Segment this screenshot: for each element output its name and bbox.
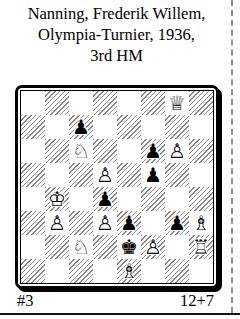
square-d5: ♟♙ [93, 163, 117, 187]
square-e6 [117, 139, 141, 163]
square-e1: ♝♗ [117, 259, 141, 283]
square-e8 [117, 91, 141, 115]
material-count: 12+7 [180, 292, 214, 310]
square-g2 [165, 235, 189, 259]
chess-board-frame: ♛♕♟♟♞♘♟♟♟♙♟♙♟♟♚♔♟♟♟♙♟♙♟♟♟♟♝♗♞♘♚♚♟♙♜♖♝♗ [15, 85, 219, 289]
square-b3: ♟♙ [45, 211, 69, 235]
square-e3: ♟♟ [117, 211, 141, 235]
square-c5 [69, 163, 93, 187]
problem-title-line-3: 3rd HM [0, 45, 233, 66]
black-pawn-piece: ♟♟ [117, 211, 141, 235]
white-pawn-piece: ♟♙ [45, 211, 69, 235]
square-b6 [45, 139, 69, 163]
square-a2 [21, 235, 45, 259]
square-h3: ♝♗ [189, 211, 213, 235]
problem-title: Nanning, Frederik Willem, Olympia-Turnie… [0, 3, 233, 66]
square-b4: ♚♔ [45, 187, 69, 211]
square-a1 [21, 259, 45, 283]
square-c1 [69, 259, 93, 283]
square-d3: ♟♙ [93, 211, 117, 235]
square-e2: ♚♚ [117, 235, 141, 259]
black-pawn-piece: ♟♟ [141, 163, 165, 187]
white-rook-piece: ♜♖ [189, 235, 213, 259]
white-knight-piece: ♞♘ [69, 235, 93, 259]
square-c6: ♞♘ [69, 139, 93, 163]
square-h7 [189, 115, 213, 139]
white-pawn-piece: ♟♙ [93, 163, 117, 187]
square-d2 [93, 235, 117, 259]
square-b1 [45, 259, 69, 283]
square-f2: ♟♙ [141, 235, 165, 259]
stipulation: #3 [17, 292, 34, 310]
square-c2: ♞♘ [69, 235, 93, 259]
square-e5 [117, 163, 141, 187]
square-a5 [21, 163, 45, 187]
square-c4 [69, 187, 93, 211]
white-king-piece: ♚♔ [45, 187, 69, 211]
square-h6 [189, 139, 213, 163]
square-h8 [189, 91, 213, 115]
diagram-caption: #3 12+7 [17, 292, 214, 310]
square-d6 [93, 139, 117, 163]
black-pawn-piece: ♟♟ [141, 139, 165, 163]
square-a3 [21, 211, 45, 235]
square-b2 [45, 235, 69, 259]
square-a6 [21, 139, 45, 163]
black-pawn-piece: ♟♟ [69, 115, 93, 139]
square-a8 [21, 91, 45, 115]
white-pawn-piece: ♟♙ [93, 211, 117, 235]
square-h1 [189, 259, 213, 283]
square-h5 [189, 163, 213, 187]
square-c7: ♟♟ [69, 115, 93, 139]
black-pawn-piece: ♟♟ [165, 211, 189, 235]
square-f3 [141, 211, 165, 235]
white-knight-piece: ♞♘ [69, 139, 93, 163]
square-g7 [165, 115, 189, 139]
square-f1 [141, 259, 165, 283]
square-c8 [69, 91, 93, 115]
square-e4 [117, 187, 141, 211]
square-b8 [45, 91, 69, 115]
white-pawn-piece: ♟♙ [165, 139, 189, 163]
square-f7 [141, 115, 165, 139]
square-a7 [21, 115, 45, 139]
square-f5: ♟♟ [141, 163, 165, 187]
square-g4 [165, 187, 189, 211]
square-h4 [189, 187, 213, 211]
square-b7 [45, 115, 69, 139]
square-b5 [45, 163, 69, 187]
white-bishop-piece: ♝♗ [117, 259, 141, 283]
square-d4: ♟♟ [93, 187, 117, 211]
problem-title-line-1: Nanning, Frederik Willem, [0, 3, 233, 24]
square-g8: ♛♕ [165, 91, 189, 115]
white-queen-piece: ♛♕ [165, 91, 189, 115]
square-c3 [69, 211, 93, 235]
square-e7 [117, 115, 141, 139]
square-a4 [21, 187, 45, 211]
square-f6: ♟♟ [141, 139, 165, 163]
square-f8 [141, 91, 165, 115]
black-king-piece: ♚♚ [117, 235, 141, 259]
chess-board-inner-border: ♛♕♟♟♞♘♟♟♟♙♟♙♟♟♚♔♟♟♟♙♟♙♟♟♟♟♝♗♞♘♚♚♟♙♜♖♝♗ [20, 90, 214, 284]
square-d7 [93, 115, 117, 139]
square-d8 [93, 91, 117, 115]
text-frame-dashed-border [231, 0, 233, 313]
square-g6: ♟♙ [165, 139, 189, 163]
problem-title-line-2: Olympia-Turnier, 1936, [0, 24, 233, 45]
white-bishop-piece: ♝♗ [189, 211, 213, 235]
square-h2: ♜♖ [189, 235, 213, 259]
square-g5 [165, 163, 189, 187]
square-g1 [165, 259, 189, 283]
square-g3: ♟♟ [165, 211, 189, 235]
page-bottom-rule [0, 313, 240, 315]
square-f4 [141, 187, 165, 211]
white-pawn-piece: ♟♙ [141, 235, 165, 259]
black-pawn-piece: ♟♟ [93, 187, 117, 211]
square-d1 [93, 259, 117, 283]
chess-board: ♛♕♟♟♞♘♟♟♟♙♟♙♟♟♚♔♟♟♟♙♟♙♟♟♟♟♝♗♞♘♚♚♟♙♜♖♝♗ [21, 91, 213, 283]
